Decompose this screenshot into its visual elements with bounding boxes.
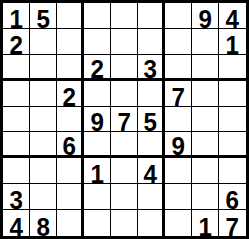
sudoku-cell-r4c3[interactable]: 2 (57, 81, 84, 107)
sudoku-cell-r1c2[interactable]: 5 (30, 3, 57, 29)
sudoku-cell-r7c8[interactable] (192, 158, 219, 184)
sudoku-cell-r4c4[interactable] (84, 81, 111, 107)
given-digit: 1 (90, 161, 103, 187)
sudoku-cell-r8c8[interactable] (192, 184, 219, 210)
given-digit: 2 (9, 32, 22, 58)
sudoku-cell-r9c6[interactable] (138, 210, 165, 236)
given-digit: 1 (226, 32, 239, 58)
sudoku-cell-r8c2[interactable] (30, 184, 57, 210)
given-digit: 7 (171, 84, 184, 110)
sudoku-cell-r1c4[interactable] (84, 3, 111, 29)
sudoku-cell-r1c6[interactable] (138, 3, 165, 29)
given-digit: 3 (143, 56, 156, 82)
sudoku-cell-r5c4[interactable]: 9 (84, 107, 111, 133)
sudoku-cell-r6c8[interactable] (192, 132, 219, 158)
sudoku-cell-r9c9[interactable]: 7 (219, 210, 246, 236)
sudoku-cell-r4c5[interactable] (111, 81, 138, 107)
sudoku-cell-r7c5[interactable] (111, 158, 138, 184)
sudoku-board: 15942123279756914364817 (0, 0, 249, 239)
sudoku-cell-r9c2[interactable]: 8 (30, 210, 57, 236)
given-digit: 1 (9, 6, 22, 32)
sudoku-cell-r1c3[interactable] (57, 3, 84, 29)
sudoku-cell-r3c3[interactable] (57, 55, 84, 81)
sudoku-cell-r5c5[interactable]: 7 (111, 107, 138, 133)
sudoku-cell-r7c4[interactable]: 1 (84, 158, 111, 184)
sudoku-cell-r9c7[interactable] (165, 210, 192, 236)
given-digit: 6 (62, 133, 75, 159)
sudoku-cell-r9c1[interactable]: 4 (3, 210, 30, 236)
sudoku-cell-r6c2[interactable] (30, 132, 57, 158)
sudoku-cell-r5c6[interactable]: 5 (138, 107, 165, 133)
sudoku-cell-r9c4[interactable] (84, 210, 111, 236)
sudoku-cell-r1c1[interactable]: 1 (3, 3, 30, 29)
sudoku-cell-r8c3[interactable] (57, 184, 84, 210)
sudoku-cell-r5c8[interactable] (192, 107, 219, 133)
sudoku-cell-r2c1[interactable]: 2 (3, 29, 30, 55)
given-digit: 8 (36, 214, 49, 239)
sudoku-cell-r7c6[interactable]: 4 (138, 158, 165, 184)
sudoku-cell-r2c5[interactable] (111, 29, 138, 55)
given-digit: 4 (143, 161, 156, 187)
sudoku-cell-r5c2[interactable] (30, 107, 57, 133)
sudoku-cell-r5c9[interactable] (219, 107, 246, 133)
sudoku-cell-r3c8[interactable] (192, 55, 219, 81)
sudoku-cell-r9c8[interactable]: 1 (192, 210, 219, 236)
sudoku-cell-r1c5[interactable] (111, 3, 138, 29)
given-digit: 7 (117, 109, 130, 135)
sudoku-cell-r6c9[interactable] (219, 132, 246, 158)
sudoku-cell-r2c6[interactable] (138, 29, 165, 55)
sudoku-cell-r1c7[interactable] (165, 3, 192, 29)
given-digit: 4 (226, 6, 239, 32)
sudoku-cell-r4c6[interactable] (138, 81, 165, 107)
given-digit: 5 (36, 6, 49, 32)
sudoku-cell-r8c7[interactable] (165, 184, 192, 210)
sudoku-cell-r8c9[interactable]: 6 (219, 184, 246, 210)
sudoku-cell-r9c3[interactable] (57, 210, 84, 236)
sudoku-cell-r9c5[interactable] (111, 210, 138, 236)
sudoku-cell-r6c7[interactable]: 9 (165, 132, 192, 158)
sudoku-cell-r6c1[interactable] (3, 132, 30, 158)
sudoku-cell-r2c7[interactable] (165, 29, 192, 55)
sudoku-cell-r3c2[interactable] (30, 55, 57, 81)
given-digit: 9 (90, 109, 103, 135)
given-digit: 3 (9, 187, 22, 213)
sudoku-cell-r7c9[interactable] (219, 158, 246, 184)
sudoku-cell-r3c5[interactable] (111, 55, 138, 81)
sudoku-cell-r4c2[interactable] (30, 81, 57, 107)
given-digit: 2 (62, 84, 75, 110)
given-digit: 6 (226, 187, 239, 213)
sudoku-cell-r4c7[interactable]: 7 (165, 81, 192, 107)
sudoku-cell-r3c6[interactable]: 3 (138, 55, 165, 81)
sudoku-cell-r8c1[interactable]: 3 (3, 184, 30, 210)
sudoku-cell-r4c8[interactable] (192, 81, 219, 107)
sudoku-cell-r7c3[interactable] (57, 158, 84, 184)
sudoku-cell-r4c9[interactable] (219, 81, 246, 107)
sudoku-cell-r8c5[interactable] (111, 184, 138, 210)
sudoku-cell-r4c1[interactable] (3, 81, 30, 107)
sudoku-cell-r7c2[interactable] (30, 158, 57, 184)
given-digit: 4 (9, 214, 22, 239)
given-digit: 9 (171, 133, 184, 159)
given-digit: 5 (143, 109, 156, 135)
given-digit: 2 (90, 56, 103, 82)
sudoku-cell-r5c1[interactable] (3, 107, 30, 133)
given-digit: 9 (198, 6, 211, 32)
sudoku-cell-r6c3[interactable]: 6 (57, 132, 84, 158)
sudoku-cell-r2c3[interactable] (57, 29, 84, 55)
given-digit: 7 (226, 214, 239, 239)
sudoku-cell-r3c7[interactable] (165, 55, 192, 81)
sudoku-cell-r1c9[interactable]: 4 (219, 3, 246, 29)
sudoku-cell-r3c4[interactable]: 2 (84, 55, 111, 81)
sudoku-cell-r7c7[interactable] (165, 158, 192, 184)
sudoku-cell-r1c8[interactable]: 9 (192, 3, 219, 29)
given-digit: 1 (198, 214, 211, 239)
sudoku-cell-r7c1[interactable] (3, 158, 30, 184)
sudoku-cell-r2c9[interactable]: 1 (219, 29, 246, 55)
sudoku-cell-r2c4[interactable] (84, 29, 111, 55)
